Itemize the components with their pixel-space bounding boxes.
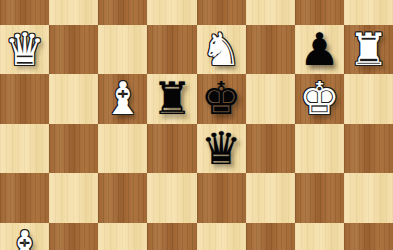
square-d6[interactable] — [147, 25, 196, 74]
square-h5[interactable] — [344, 74, 393, 123]
piece-box: ♚ — [295, 74, 344, 123]
square-g5[interactable]: ♚ — [295, 74, 344, 123]
piece-box: ♛ — [0, 25, 49, 74]
piece-box: ♝ — [98, 74, 147, 123]
square-c3[interactable] — [98, 173, 147, 222]
square-c5[interactable]: ♝ — [98, 74, 147, 123]
square-c7[interactable] — [98, 0, 147, 25]
square-f3[interactable] — [246, 173, 295, 222]
square-g4[interactable] — [295, 124, 344, 173]
square-c6[interactable] — [98, 25, 147, 74]
square-f5[interactable] — [246, 74, 295, 123]
square-g2[interactable] — [295, 223, 344, 250]
square-b6[interactable] — [49, 25, 98, 74]
square-f7[interactable] — [246, 0, 295, 25]
square-h2[interactable] — [344, 223, 393, 250]
square-h4[interactable] — [344, 124, 393, 173]
piece-box: ♜ — [147, 74, 196, 123]
square-b3[interactable] — [49, 173, 98, 222]
square-c2[interactable] — [98, 223, 147, 250]
square-d4[interactable] — [147, 124, 196, 173]
square-e3[interactable] — [197, 173, 246, 222]
square-d5[interactable]: ♜ — [147, 74, 196, 123]
piece-white-bishop[interactable]: ♝ — [4, 223, 44, 250]
chess-board: ♛♞♟♜♝♜♚♚♛♝ — [0, 0, 393, 250]
square-f2[interactable] — [246, 223, 295, 250]
square-a7[interactable] — [0, 0, 49, 25]
piece-box: ♝ — [0, 223, 49, 250]
square-b5[interactable] — [49, 74, 98, 123]
square-e2[interactable] — [197, 223, 246, 250]
piece-black-rook[interactable]: ♜ — [152, 74, 192, 123]
square-b7[interactable] — [49, 0, 98, 25]
square-g7[interactable] — [295, 0, 344, 25]
piece-white-queen[interactable]: ♛ — [4, 25, 44, 74]
square-f6[interactable] — [246, 25, 295, 74]
square-d3[interactable] — [147, 173, 196, 222]
square-a5[interactable] — [0, 74, 49, 123]
square-h3[interactable] — [344, 173, 393, 222]
square-c4[interactable] — [98, 124, 147, 173]
square-e6[interactable]: ♞ — [197, 25, 246, 74]
square-f4[interactable] — [246, 124, 295, 173]
piece-box: ♞ — [197, 25, 246, 74]
piece-white-knight[interactable]: ♞ — [201, 25, 241, 74]
square-h7[interactable] — [344, 0, 393, 25]
piece-black-pawn[interactable]: ♟ — [299, 25, 339, 74]
square-a6[interactable]: ♛ — [0, 25, 49, 74]
square-e4[interactable]: ♛ — [197, 124, 246, 173]
square-a4[interactable] — [0, 124, 49, 173]
piece-box: ♟ — [295, 25, 344, 74]
square-e7[interactable] — [197, 0, 246, 25]
square-d2[interactable] — [147, 223, 196, 250]
square-d7[interactable] — [147, 0, 196, 25]
square-b4[interactable] — [49, 124, 98, 173]
piece-box: ♜ — [344, 25, 393, 74]
square-b2[interactable] — [49, 223, 98, 250]
square-h6[interactable]: ♜ — [344, 25, 393, 74]
square-e5[interactable]: ♚ — [197, 74, 246, 123]
piece-black-king[interactable]: ♚ — [201, 74, 241, 123]
piece-box: ♛ — [197, 124, 246, 173]
square-g3[interactable] — [295, 173, 344, 222]
piece-white-rook[interactable]: ♜ — [348, 25, 388, 74]
piece-black-queen[interactable]: ♛ — [201, 124, 241, 173]
piece-white-king[interactable]: ♚ — [299, 74, 339, 123]
piece-white-bishop[interactable]: ♝ — [103, 74, 143, 123]
square-g6[interactable]: ♟ — [295, 25, 344, 74]
piece-box: ♚ — [197, 74, 246, 123]
chess-board-screenshot: ♛♞♟♜♝♜♚♚♛♝ — [0, 0, 393, 250]
square-a3[interactable] — [0, 173, 49, 222]
square-a2[interactable]: ♝ — [0, 223, 49, 250]
